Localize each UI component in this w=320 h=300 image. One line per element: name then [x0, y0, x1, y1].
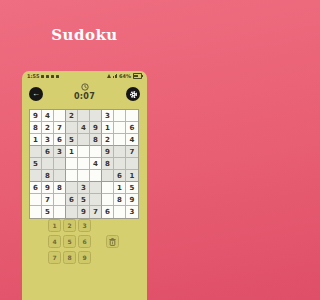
cell-r3c4[interactable]: 5	[66, 134, 78, 146]
cell-r3c6[interactable]: 8	[90, 134, 102, 146]
cell-r2c6[interactable]: 9	[90, 122, 102, 134]
cell-r6c2[interactable]: 8	[42, 170, 54, 182]
cell-r7c7[interactable]	[102, 182, 114, 194]
cell-r6c3[interactable]	[54, 170, 66, 182]
cell-r1c1[interactable]: 9	[30, 110, 42, 122]
cell-r6c6[interactable]	[90, 170, 102, 182]
cell-r4c3[interactable]: 3	[54, 146, 66, 158]
cell-r6c7[interactable]	[102, 170, 114, 182]
cell-r9c8[interactable]	[114, 206, 126, 218]
cell-r7c3[interactable]: 8	[54, 182, 66, 194]
cell-r8c9[interactable]: 9	[126, 194, 138, 206]
cell-r7c6[interactable]	[90, 182, 102, 194]
cell-r7c4[interactable]	[66, 182, 78, 194]
cell-r6c1[interactable]	[30, 170, 42, 182]
cell-r8c6[interactable]	[90, 194, 102, 206]
numpad-key-7[interactable]: 7	[48, 251, 61, 264]
cell-r8c8[interactable]: 8	[114, 194, 126, 206]
clock-icon	[81, 83, 89, 91]
cell-r8c2[interactable]: 7	[42, 194, 54, 206]
cell-r7c5[interactable]: 3	[78, 182, 90, 194]
cell-r1c8[interactable]	[114, 110, 126, 122]
cell-r8c4[interactable]: 6	[66, 194, 78, 206]
cell-r4c1[interactable]	[30, 146, 42, 158]
cell-r2c5[interactable]: 4	[78, 122, 90, 134]
cell-r8c7[interactable]	[102, 194, 114, 206]
cell-r3c5[interactable]	[78, 134, 90, 146]
cell-r9c7[interactable]: 6	[102, 206, 114, 218]
cell-r6c5[interactable]	[78, 170, 90, 182]
status-bar: 1:55 64%	[22, 71, 147, 79]
cell-r4c8[interactable]	[114, 146, 126, 158]
status-time: 1:55	[27, 73, 39, 79]
cell-r2c8[interactable]	[114, 122, 126, 134]
wifi-icon	[107, 74, 111, 78]
cell-r1c4[interactable]: 2	[66, 110, 78, 122]
cell-r3c9[interactable]: 4	[126, 134, 138, 146]
cell-r3c1[interactable]: 1	[30, 134, 42, 146]
numpad-key-5[interactable]: 5	[63, 235, 76, 248]
cell-r5c6[interactable]: 4	[90, 158, 102, 170]
cell-r5c5[interactable]	[78, 158, 90, 170]
notification-icon	[51, 75, 54, 78]
notification-icon	[41, 75, 44, 78]
cell-r4c6[interactable]	[90, 146, 102, 158]
gear-icon	[129, 90, 138, 99]
cell-r7c8[interactable]: 1	[114, 182, 126, 194]
notification-icon	[46, 75, 49, 78]
numpad-key-6[interactable]: 6	[78, 235, 91, 248]
battery-percent: 64%	[119, 73, 131, 79]
cell-r3c3[interactable]: 6	[54, 134, 66, 146]
status-left: 1:55	[27, 73, 59, 79]
cell-r7c9[interactable]: 5	[126, 182, 138, 194]
signal-icon	[113, 74, 117, 78]
cell-r1c6[interactable]	[90, 110, 102, 122]
cell-r3c8[interactable]	[114, 134, 126, 146]
cell-r7c2[interactable]: 9	[42, 182, 54, 194]
cell-r2c7[interactable]: 1	[102, 122, 114, 134]
cell-r8c3[interactable]	[54, 194, 66, 206]
page-title: Sudoku	[0, 26, 169, 44]
cell-r8c1[interactable]	[30, 194, 42, 206]
numpad-key-9[interactable]: 9	[78, 251, 91, 264]
numpad-key-2[interactable]: 2	[63, 219, 76, 232]
status-right: 64%	[107, 73, 142, 79]
cell-r7c1[interactable]: 6	[30, 182, 42, 194]
cell-r5c3[interactable]	[54, 158, 66, 170]
cell-r9c9[interactable]: 3	[126, 206, 138, 218]
cell-r5c2[interactable]	[42, 158, 54, 170]
cell-r5c9[interactable]	[126, 158, 138, 170]
cell-r2c4[interactable]	[66, 122, 78, 134]
numpad-key-1[interactable]: 1	[48, 219, 61, 232]
cell-r5c4[interactable]	[66, 158, 78, 170]
numpad: 123456789	[48, 219, 91, 264]
cell-r2c2[interactable]: 2	[42, 122, 54, 134]
cell-r4c5[interactable]	[78, 146, 90, 158]
cell-r3c7[interactable]: 2	[102, 134, 114, 146]
cell-r9c5[interactable]: 9	[78, 206, 90, 218]
cell-r2c9[interactable]: 6	[126, 122, 138, 134]
erase-button[interactable]	[106, 235, 119, 248]
cell-r1c3[interactable]	[54, 110, 66, 122]
notification-icon	[56, 75, 59, 78]
battery-icon	[133, 73, 142, 79]
cell-r5c1[interactable]: 5	[30, 158, 42, 170]
cell-r6c9[interactable]: 1	[126, 170, 138, 182]
cell-r1c9[interactable]	[126, 110, 138, 122]
cell-r6c8[interactable]: 6	[114, 170, 126, 182]
cell-r5c7[interactable]: 8	[102, 158, 114, 170]
cell-r9c2[interactable]: 5	[42, 206, 54, 218]
numpad-key-4[interactable]: 4	[48, 235, 61, 248]
cell-r2c3[interactable]: 7	[54, 122, 66, 134]
cell-r4c2[interactable]: 6	[42, 146, 54, 158]
cell-r9c3[interactable]	[54, 206, 66, 218]
cell-r1c7[interactable]: 3	[102, 110, 114, 122]
cell-r1c5[interactable]	[78, 110, 90, 122]
cell-r9c1[interactable]	[30, 206, 42, 218]
cell-r1c2[interactable]: 4	[42, 110, 54, 122]
numpad-key-3[interactable]: 3	[78, 219, 91, 232]
app-screenshot: 1:55 64% ← 0:07	[22, 71, 147, 300]
sudoku-grid: 9423827491613658246319754886169831576589…	[29, 109, 139, 219]
cell-r4c9[interactable]: 7	[126, 146, 138, 158]
cell-r6c4[interactable]	[66, 170, 78, 182]
trash-icon	[109, 238, 116, 246]
cell-r4c4[interactable]: 1	[66, 146, 78, 158]
cell-r4c7[interactable]: 9	[102, 146, 114, 158]
cell-r2c1[interactable]: 8	[30, 122, 42, 134]
cell-r9c4[interactable]	[66, 206, 78, 218]
cell-r8c5[interactable]: 5	[78, 194, 90, 206]
numpad-key-8[interactable]: 8	[63, 251, 76, 264]
settings-button[interactable]	[126, 87, 140, 101]
cell-r9c6[interactable]: 7	[90, 206, 102, 218]
cell-r3c2[interactable]: 3	[42, 134, 54, 146]
cell-r5c8[interactable]	[114, 158, 126, 170]
timer-value: 0:07	[74, 92, 95, 101]
